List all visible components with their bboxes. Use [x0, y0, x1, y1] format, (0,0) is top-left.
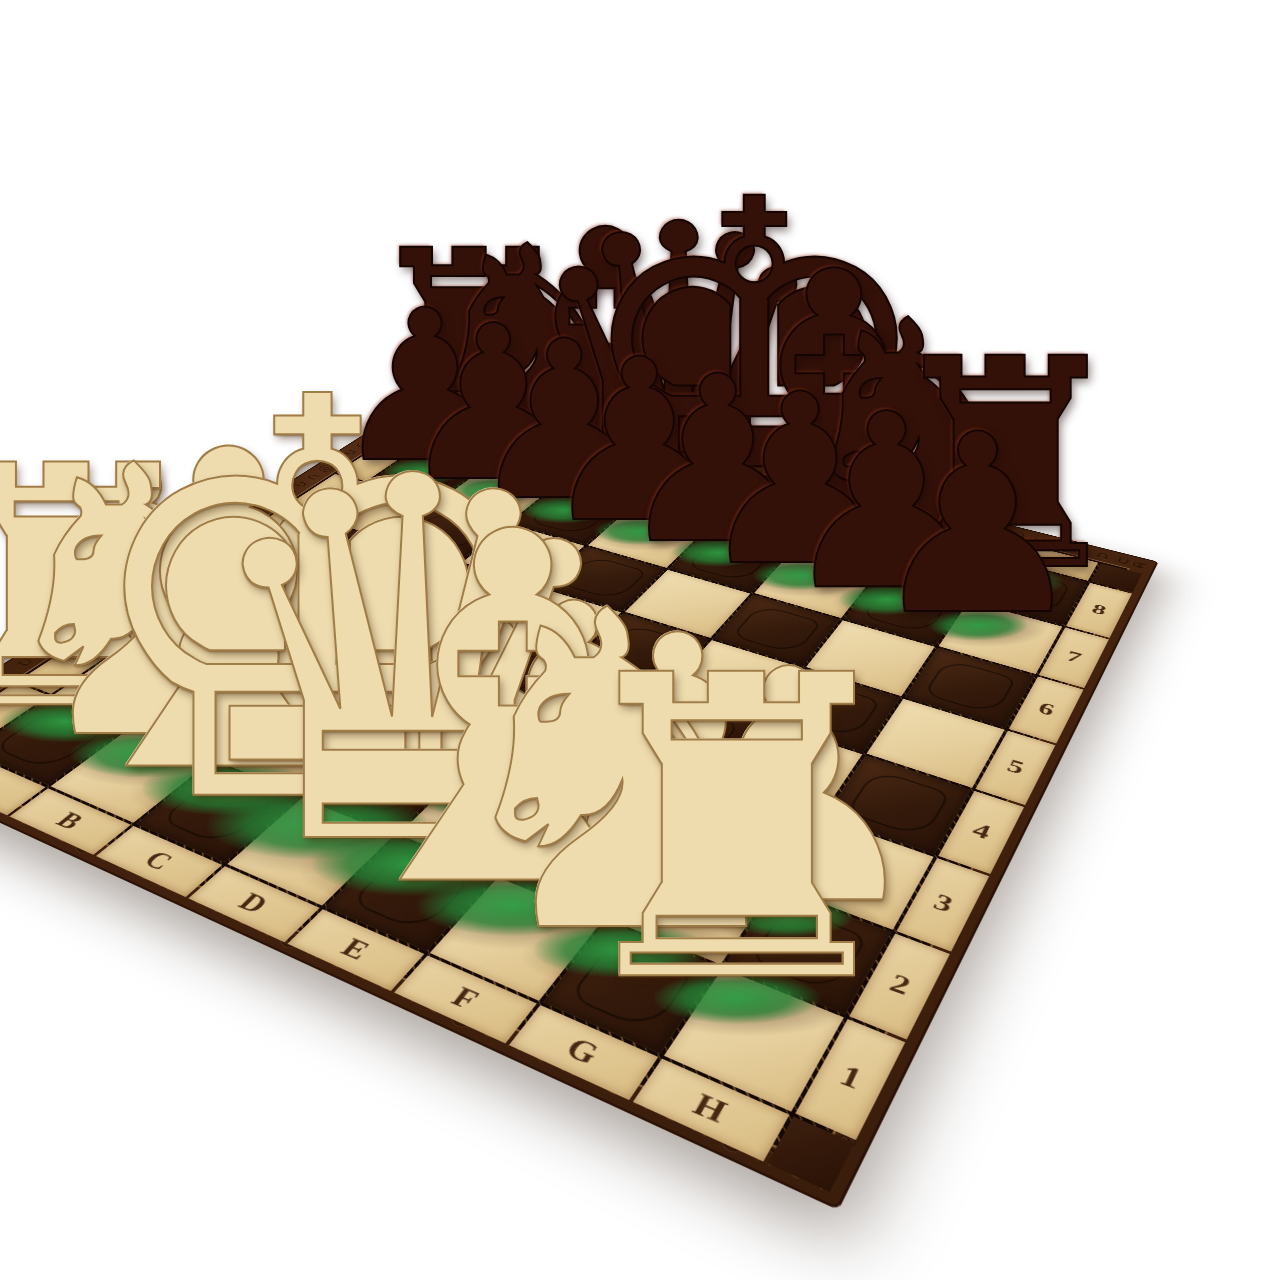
board-grid: 87654321ABCDEFGH: [0, 398, 1128, 1164]
photo-stage: ∪∩∪∩◎∩∪∩∪∩∪◎∪∩∪∩ ∪∩∪∩◎∩∪∩∪∩∪◎∪∩∪∩ ∪∩∪∩◎∩…: [0, 0, 1280, 1280]
file-label-text: G: [560, 1031, 606, 1072]
file-label-text: C: [137, 846, 180, 876]
rank-label-text: 2: [886, 968, 916, 1001]
rank-label-text: 8: [1090, 601, 1110, 618]
rank-label-text: 1: [835, 1058, 868, 1096]
rank-label-text: 6: [1036, 699, 1058, 720]
file-label-text: D: [232, 887, 276, 919]
file-label-text: B: [49, 807, 91, 834]
chess-board: ∪∩∪∩◎∩∪∩∪∩∪◎∪∩∪∩ ∪∩∪∩◎∩∪∩∪∩∪◎∪∩∪∩ ∪∩∪∩◎∩…: [0, 384, 1159, 1210]
rank-label-text: 3: [930, 889, 958, 918]
file-label-text: A: [0, 770, 8, 796]
board-scene: ∪∩∪∩◎∩∪∩∪∩∪◎∪∩∪∩ ∪∩∪∩◎∩∪∩∪∩∪◎∪∩∪∩ ∪∩∪∩◎∩…: [98, 178, 1042, 1122]
rank-label-text: 5: [1004, 755, 1028, 778]
file-label-text: E: [334, 932, 376, 966]
rank-label-text: 4: [969, 818, 995, 844]
file-label-text: F: [445, 980, 486, 1015]
rank-label-text: 7: [1064, 647, 1085, 666]
file-label-text: H: [688, 1087, 734, 1131]
